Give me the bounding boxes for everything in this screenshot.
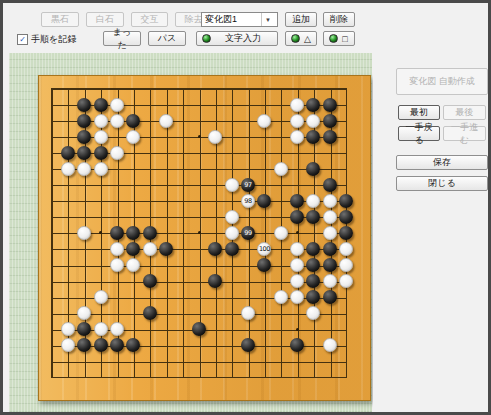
board-cell[interactable] [174, 305, 190, 321]
board-cell[interactable] [92, 97, 108, 113]
board-cell[interactable] [43, 353, 59, 369]
board-cell[interactable] [256, 209, 272, 225]
board-cell[interactable] [289, 113, 305, 129]
board-cell[interactable] [305, 209, 321, 225]
board-cell[interactable] [305, 129, 321, 145]
board-cell[interactable] [338, 193, 354, 209]
add-variation-button[interactable]: 追加 [285, 12, 317, 27]
board-cell[interactable] [338, 337, 354, 353]
board-cell[interactable] [43, 225, 59, 241]
board-cell[interactable] [289, 305, 305, 321]
board-cell[interactable] [142, 177, 158, 193]
board-cell[interactable] [322, 113, 338, 129]
board-cell[interactable] [240, 273, 256, 289]
save-button[interactable]: 保存 [396, 155, 488, 170]
board-cell[interactable] [256, 177, 272, 193]
board-cell[interactable] [289, 193, 305, 209]
board-cell[interactable] [174, 97, 190, 113]
board-cell[interactable] [158, 177, 174, 193]
board-cell[interactable] [289, 161, 305, 177]
board-cell[interactable] [76, 257, 92, 273]
board-cell[interactable] [207, 337, 223, 353]
text-input-button[interactable]: 文字入力 [196, 31, 278, 46]
board-cell[interactable] [125, 225, 141, 241]
board-cell[interactable] [109, 145, 125, 161]
board-cell[interactable] [322, 193, 338, 209]
board-cell[interactable] [256, 337, 272, 353]
board-cell[interactable] [273, 145, 289, 161]
board-cell[interactable] [125, 241, 141, 257]
board-cell[interactable] [142, 241, 158, 257]
board-cell[interactable] [322, 305, 338, 321]
board-cell[interactable] [207, 369, 223, 385]
board-cell[interactable] [174, 225, 190, 241]
board-cell[interactable] [223, 129, 239, 145]
board-cell[interactable] [158, 129, 174, 145]
board-cell[interactable] [76, 81, 92, 97]
board-cell[interactable] [92, 241, 108, 257]
board-cell[interactable] [109, 209, 125, 225]
first-move-button[interactable]: 最初 [398, 105, 440, 120]
board-cell[interactable] [305, 145, 321, 161]
board-cell[interactable] [125, 289, 141, 305]
board-cell[interactable] [109, 273, 125, 289]
board-cell[interactable] [191, 113, 207, 129]
board-cell[interactable] [305, 369, 321, 385]
board-cell[interactable] [43, 337, 59, 353]
board-cell[interactable] [273, 337, 289, 353]
board-cell[interactable] [76, 353, 92, 369]
board-cell[interactable] [256, 225, 272, 241]
board-cell[interactable] [338, 97, 354, 113]
board-cell[interactable] [92, 161, 108, 177]
board-cell[interactable] [60, 225, 76, 241]
board-cell[interactable] [338, 81, 354, 97]
board-cell[interactable] [158, 353, 174, 369]
board-cell[interactable] [142, 209, 158, 225]
board-cell[interactable] [305, 225, 321, 241]
board-cell[interactable] [76, 145, 92, 161]
board-cell[interactable] [223, 97, 239, 113]
board-cell[interactable] [207, 129, 223, 145]
board-cell[interactable] [142, 81, 158, 97]
board-cell[interactable] [76, 273, 92, 289]
board-cell[interactable] [109, 257, 125, 273]
board-cell[interactable] [191, 289, 207, 305]
board-cell[interactable] [158, 241, 174, 257]
board-cell[interactable] [158, 289, 174, 305]
board-cell[interactable] [223, 161, 239, 177]
board-cell[interactable]: 98 [240, 193, 256, 209]
board-cell[interactable] [207, 97, 223, 113]
board-cell[interactable] [43, 177, 59, 193]
board-cell[interactable] [322, 161, 338, 177]
pass-button[interactable]: パス [148, 31, 186, 46]
last-move-button[interactable]: 最後 [443, 105, 486, 120]
variation-select[interactable]: 変化図1 ▼ [201, 12, 278, 27]
board-cell[interactable] [191, 337, 207, 353]
board-cell[interactable] [92, 353, 108, 369]
board-cell[interactable] [223, 225, 239, 241]
board-cell[interactable] [305, 193, 321, 209]
board-cell[interactable] [174, 289, 190, 305]
board-cell[interactable] [273, 113, 289, 129]
board-cell[interactable] [174, 81, 190, 97]
board-cell[interactable] [109, 337, 125, 353]
board-cell[interactable] [256, 81, 272, 97]
board-cell[interactable] [338, 321, 354, 337]
board-cell[interactable] [92, 273, 108, 289]
board-cell[interactable] [60, 305, 76, 321]
board-cell[interactable] [223, 369, 239, 385]
board-cell[interactable] [109, 289, 125, 305]
board-cell[interactable] [158, 225, 174, 241]
board-cell[interactable] [92, 369, 108, 385]
board-cell[interactable] [322, 273, 338, 289]
board-cell[interactable] [289, 353, 305, 369]
board-cell[interactable] [76, 209, 92, 225]
board-cell[interactable] [142, 305, 158, 321]
board-cell[interactable] [76, 97, 92, 113]
board-cell[interactable] [256, 289, 272, 305]
board-cell[interactable] [338, 161, 354, 177]
board-cell[interactable] [305, 257, 321, 273]
board-cell[interactable] [158, 209, 174, 225]
board-cell[interactable] [158, 113, 174, 129]
board-cell[interactable] [125, 113, 141, 129]
board-cell[interactable] [223, 145, 239, 161]
board-cell[interactable] [240, 81, 256, 97]
board-cell[interactable] [92, 145, 108, 161]
board-cell[interactable] [76, 337, 92, 353]
board-cell[interactable] [191, 321, 207, 337]
board-cell[interactable] [158, 369, 174, 385]
board-cell[interactable] [207, 177, 223, 193]
board-cell[interactable] [142, 321, 158, 337]
board-cell[interactable] [191, 305, 207, 321]
board-cell[interactable] [142, 353, 158, 369]
board-cell[interactable] [109, 193, 125, 209]
board-cell[interactable] [92, 209, 108, 225]
board-cell[interactable] [174, 273, 190, 289]
board-cell[interactable] [43, 209, 59, 225]
board-cell[interactable] [174, 257, 190, 273]
board-cell[interactable] [273, 289, 289, 305]
board-cell[interactable] [142, 129, 158, 145]
board-cell[interactable] [76, 289, 92, 305]
board-cell[interactable] [305, 177, 321, 193]
board-cell[interactable] [322, 129, 338, 145]
board-cell[interactable] [191, 209, 207, 225]
board-cell[interactable] [43, 369, 59, 385]
board-cell[interactable] [109, 161, 125, 177]
board-cell[interactable] [142, 289, 158, 305]
board-cell[interactable]: 100 [256, 241, 272, 257]
board-cell[interactable] [174, 353, 190, 369]
board-cell[interactable] [60, 161, 76, 177]
board-cell[interactable]: 99 [240, 225, 256, 241]
board-cell[interactable] [256, 113, 272, 129]
board-cell[interactable] [322, 81, 338, 97]
board-cell[interactable] [289, 177, 305, 193]
close-button[interactable]: 閉じる [396, 176, 488, 191]
board-cell[interactable] [125, 145, 141, 161]
board-cell[interactable] [289, 289, 305, 305]
board-cell[interactable] [223, 257, 239, 273]
board-cell[interactable] [142, 257, 158, 273]
board-cell[interactable] [109, 177, 125, 193]
board-cell[interactable] [273, 81, 289, 97]
board-cell[interactable] [109, 225, 125, 241]
board-cell[interactable] [223, 289, 239, 305]
board-cell[interactable] [240, 129, 256, 145]
board-cell[interactable] [305, 161, 321, 177]
board-cell[interactable] [109, 129, 125, 145]
board-cell[interactable] [125, 209, 141, 225]
board-cell[interactable] [76, 225, 92, 241]
board-cell[interactable] [289, 257, 305, 273]
board-cell[interactable] [305, 305, 321, 321]
board-cell[interactable] [92, 193, 108, 209]
forward-one-move-button[interactable]: 一手進む [443, 126, 486, 141]
board-cell[interactable] [207, 225, 223, 241]
board-cell[interactable] [256, 273, 272, 289]
board-cell[interactable] [43, 257, 59, 273]
board-cell[interactable] [43, 305, 59, 321]
board-cell[interactable] [338, 353, 354, 369]
board-cell[interactable] [43, 161, 59, 177]
board-cell[interactable] [273, 97, 289, 113]
board-cell[interactable] [289, 369, 305, 385]
board-cell[interactable] [92, 177, 108, 193]
board-cell[interactable] [158, 161, 174, 177]
board-cell[interactable] [60, 113, 76, 129]
board-cell[interactable] [240, 305, 256, 321]
square-mark-button[interactable]: □ [323, 31, 355, 46]
board-cell[interactable] [142, 369, 158, 385]
board-cell[interactable] [305, 113, 321, 129]
delete-variation-button[interactable]: 削除 [323, 12, 355, 27]
triangle-mark-button[interactable]: △ [285, 31, 317, 46]
board-cell[interactable] [191, 81, 207, 97]
board-cell[interactable] [273, 369, 289, 385]
board-cell[interactable] [256, 321, 272, 337]
board-cell[interactable] [191, 145, 207, 161]
board-cell[interactable] [43, 97, 59, 113]
board-cell[interactable] [174, 337, 190, 353]
board-cell[interactable] [92, 225, 108, 241]
board-cell[interactable] [92, 257, 108, 273]
board-cell[interactable] [240, 337, 256, 353]
board-cell[interactable] [289, 97, 305, 113]
board-cell[interactable] [338, 273, 354, 289]
board-cell[interactable] [289, 129, 305, 145]
board-cell[interactable] [191, 241, 207, 257]
board-cell[interactable] [338, 225, 354, 241]
board-cell[interactable] [43, 273, 59, 289]
board-cell[interactable] [125, 129, 141, 145]
board-cell[interactable] [125, 369, 141, 385]
board-cell[interactable] [76, 177, 92, 193]
board-cell[interactable] [191, 161, 207, 177]
board-cell[interactable] [76, 193, 92, 209]
board-cell[interactable] [240, 289, 256, 305]
board-cell[interactable] [60, 289, 76, 305]
board-cell[interactable] [76, 305, 92, 321]
board-cell[interactable] [76, 241, 92, 257]
board-cell[interactable] [76, 369, 92, 385]
board-cell[interactable] [125, 97, 141, 113]
board-cell[interactable] [60, 177, 76, 193]
board-cell[interactable] [207, 241, 223, 257]
board-cell[interactable] [256, 161, 272, 177]
board-cell[interactable] [256, 129, 272, 145]
board-cell[interactable] [76, 161, 92, 177]
board-cell[interactable] [207, 209, 223, 225]
board-cell[interactable] [223, 113, 239, 129]
board-cell[interactable] [60, 321, 76, 337]
board-cell[interactable] [273, 273, 289, 289]
board-cell[interactable] [109, 97, 125, 113]
board-cell[interactable] [174, 209, 190, 225]
board-cell[interactable] [273, 241, 289, 257]
board-cell[interactable] [158, 321, 174, 337]
board-cell[interactable] [223, 305, 239, 321]
board-cell[interactable] [223, 273, 239, 289]
board-cell[interactable] [191, 129, 207, 145]
board-cell[interactable] [60, 369, 76, 385]
board-cell[interactable] [60, 257, 76, 273]
board-cell[interactable] [109, 369, 125, 385]
board-cell[interactable] [240, 209, 256, 225]
board-cell[interactable] [92, 289, 108, 305]
board-cell[interactable] [76, 129, 92, 145]
board-cell[interactable] [125, 161, 141, 177]
board-cell[interactable] [273, 321, 289, 337]
board-cell[interactable] [273, 129, 289, 145]
board-cell[interactable] [289, 273, 305, 289]
board-cell[interactable] [174, 241, 190, 257]
board-cell[interactable] [207, 81, 223, 97]
board-cell[interactable] [223, 193, 239, 209]
board-cell[interactable] [338, 209, 354, 225]
board-cell[interactable] [60, 193, 76, 209]
board-cell[interactable] [322, 177, 338, 193]
alternate-button[interactable]: 交互 [131, 12, 168, 27]
board-cell[interactable] [158, 97, 174, 113]
board-cell[interactable] [191, 97, 207, 113]
board-cell[interactable] [338, 241, 354, 257]
board-cell[interactable] [142, 337, 158, 353]
board-cell[interactable] [223, 81, 239, 97]
board-cell[interactable] [60, 97, 76, 113]
board-cell[interactable] [223, 353, 239, 369]
board-cell[interactable] [174, 321, 190, 337]
board-cell[interactable] [158, 337, 174, 353]
board-cell[interactable] [223, 241, 239, 257]
board-cell[interactable] [109, 321, 125, 337]
record-moves-checkbox[interactable]: ✓ 手順を記録 [17, 33, 76, 46]
board-cell[interactable] [43, 321, 59, 337]
board-cell[interactable] [158, 145, 174, 161]
board-cell[interactable] [92, 113, 108, 129]
board-cell[interactable] [338, 305, 354, 321]
board-cell[interactable] [322, 369, 338, 385]
board-cell[interactable] [125, 337, 141, 353]
black-stone-button[interactable]: 黒石 [41, 12, 79, 27]
board-cell[interactable] [109, 353, 125, 369]
board-cell[interactable] [240, 241, 256, 257]
board-cell[interactable] [256, 97, 272, 113]
board-cell[interactable] [142, 193, 158, 209]
board-cell[interactable] [289, 209, 305, 225]
board-cell[interactable] [142, 161, 158, 177]
board-cell[interactable] [240, 353, 256, 369]
board-cell[interactable] [240, 161, 256, 177]
back-one-move-button[interactable]: 一手戻る [398, 126, 440, 141]
board-cell[interactable] [305, 97, 321, 113]
board-cell[interactable] [174, 161, 190, 177]
board-cell[interactable] [256, 353, 272, 369]
board-cell[interactable] [191, 193, 207, 209]
board-cell[interactable] [191, 225, 207, 241]
board-cell[interactable] [158, 193, 174, 209]
board-cell[interactable] [207, 273, 223, 289]
board-cell[interactable] [223, 177, 239, 193]
board-cell[interactable] [338, 369, 354, 385]
undo-button[interactable]: まった [103, 31, 141, 46]
board-cell[interactable] [174, 369, 190, 385]
board-cell[interactable] [60, 209, 76, 225]
board-cell[interactable] [60, 129, 76, 145]
board-cell[interactable] [256, 145, 272, 161]
board-cell[interactable] [43, 193, 59, 209]
board-cell[interactable] [125, 273, 141, 289]
board-cell[interactable] [338, 113, 354, 129]
board-cell[interactable] [92, 81, 108, 97]
board-cell[interactable] [76, 321, 92, 337]
board-cell[interactable] [174, 113, 190, 129]
board-cell[interactable] [240, 145, 256, 161]
board-cell[interactable] [191, 369, 207, 385]
board-cell[interactable] [256, 193, 272, 209]
board-cell[interactable] [76, 113, 92, 129]
board-cell[interactable] [60, 81, 76, 97]
board-cell[interactable] [125, 353, 141, 369]
board-cell[interactable] [125, 193, 141, 209]
board-cell[interactable] [338, 177, 354, 193]
board-cell[interactable] [322, 289, 338, 305]
board-cell[interactable] [338, 289, 354, 305]
board-cell[interactable] [223, 321, 239, 337]
board-cell[interactable] [92, 321, 108, 337]
auto-variation-button[interactable]: 変化図 自動作成 [396, 68, 488, 95]
board-cell[interactable] [322, 97, 338, 113]
board-cell[interactable] [207, 161, 223, 177]
board-cell[interactable] [125, 177, 141, 193]
board-cell[interactable] [109, 113, 125, 129]
board-cell[interactable] [240, 369, 256, 385]
board-cell[interactable] [43, 241, 59, 257]
board-cell[interactable] [256, 369, 272, 385]
board-cell[interactable] [305, 241, 321, 257]
board-cell[interactable] [43, 145, 59, 161]
board-cell[interactable] [207, 257, 223, 273]
board-cell[interactable] [125, 81, 141, 97]
board-cell[interactable] [322, 353, 338, 369]
board-cell[interactable] [191, 257, 207, 273]
board-cell[interactable] [43, 81, 59, 97]
